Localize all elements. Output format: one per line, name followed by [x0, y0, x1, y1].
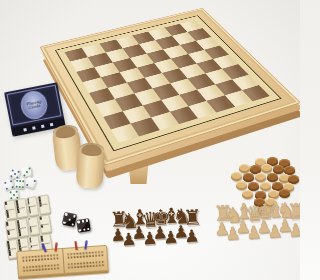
chess-pieces-light: ♜♞♝♛♚♝♞♜ ♟♟♟♟♟♟♟♟ [210, 200, 300, 239]
die-pip [13, 194, 15, 196]
cribbage-hinge-seam [62, 249, 65, 273]
cribbage-holes [22, 253, 60, 262]
chess-pawn-light: ♟ [267, 223, 278, 241]
die-pip [11, 169, 13, 171]
die-pip [87, 228, 90, 231]
die-pip [40, 218, 42, 220]
cards-crest: Playing Cards [19, 89, 50, 121]
die-pip [30, 231, 32, 233]
chess-pawn-light: ♟ [288, 222, 299, 240]
die-pip [23, 175, 25, 177]
die-pip [63, 221, 66, 224]
chess-pawn-dark: ♟ [131, 225, 142, 243]
die-pip [19, 186, 21, 188]
die-pip [28, 203, 30, 205]
black-dice-group [60, 210, 96, 240]
die-pip [81, 220, 84, 223]
poker-die [21, 166, 32, 177]
dice-cup [76, 144, 106, 189]
die-pip [7, 216, 9, 218]
die-pip [10, 175, 12, 177]
die-pip [15, 186, 17, 188]
die-pip [30, 241, 32, 243]
die-pip [26, 171, 28, 173]
die-pip [41, 240, 43, 242]
checker-piece-dark [273, 165, 284, 174]
chess-piece-dark: ♝ [162, 206, 174, 228]
checker-piece-light [239, 164, 250, 173]
die-pip [16, 190, 18, 192]
die-pip [5, 188, 7, 190]
chess-pawn-dark: ♟ [142, 230, 153, 248]
checker-piece-light [261, 164, 272, 173]
chess-pieces-dark: ♜♞♝♛♚♝♞♜ ♟♟♟♟♟♟♟♟ [108, 206, 196, 244]
game-set-product-photo: Playing Cards ♜♞♝♛♚♝♞♜ ♟♟♟♟♟♟♟♟ ♜♞♝♛♚♝♞♜… [0, 0, 300, 280]
cribbage-peg [84, 240, 88, 249]
die-pip [9, 191, 11, 193]
checker-piece-dark [279, 189, 290, 198]
cribbage-holes [67, 260, 105, 269]
die-pip [5, 203, 7, 205]
die-pip [19, 234, 21, 236]
die-pip [22, 180, 24, 182]
cribbage-holes [22, 263, 60, 272]
checker-piece-dark [243, 173, 254, 182]
die-pip [65, 213, 68, 216]
checker-piece-light [231, 172, 242, 181]
die-pip [86, 219, 89, 222]
poker-die [15, 179, 26, 190]
cribbage-peg [74, 241, 78, 250]
chess-pawn-dark: ♟ [163, 229, 174, 247]
die-pip [18, 211, 20, 213]
chess-piece-light: ♝ [266, 200, 278, 222]
domino-tile [37, 194, 50, 214]
die-pip [4, 181, 6, 183]
die-pip [29, 167, 31, 169]
checker-piece-dark [248, 182, 259, 191]
die-pip [68, 218, 71, 221]
die-pip [14, 173, 16, 175]
checker-piece-light [255, 173, 266, 182]
die-pip [19, 180, 21, 182]
die-pip [34, 180, 37, 183]
domino-tile [38, 214, 51, 234]
chess-pawn-light: ♟ [235, 219, 246, 237]
die-pip [16, 179, 18, 181]
die-pip [28, 218, 30, 220]
die-pip [41, 226, 43, 228]
checker-piece-light [236, 181, 247, 190]
die-pip [77, 220, 80, 223]
chess-pawn-dark: ♟ [184, 228, 195, 246]
die-pip [8, 233, 10, 235]
die-pip [10, 180, 12, 182]
die-pip [78, 229, 81, 232]
die-pip [83, 228, 86, 231]
die-pip [73, 215, 76, 218]
black-die [76, 218, 91, 233]
black-die [62, 212, 77, 227]
chess-pawn-light: ♟ [246, 224, 257, 242]
die-pip [6, 225, 8, 227]
cards-label: Playing Cards [23, 99, 44, 111]
die-pip [71, 223, 74, 226]
cribbage-holes [66, 250, 104, 259]
poker-die [25, 177, 38, 190]
die-pip [29, 211, 31, 213]
die-pip [26, 184, 29, 187]
die-pip [18, 170, 20, 172]
checker-piece-light [260, 182, 271, 191]
checker-piece-dark [267, 173, 278, 182]
cribbage-board [16, 245, 109, 277]
die-pip [22, 186, 24, 188]
die-pip [9, 254, 11, 256]
checker-piece-light [242, 190, 253, 199]
